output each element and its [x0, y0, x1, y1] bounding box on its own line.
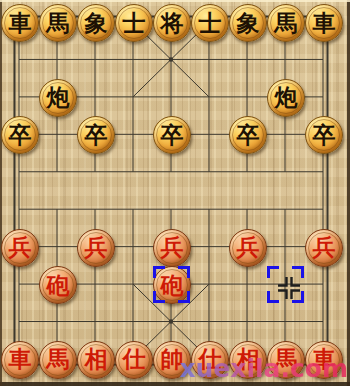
- piece-red-兵[interactable]: 兵: [305, 229, 343, 267]
- piece-black-車[interactable]: 車: [305, 4, 343, 42]
- piece-black-将[interactable]: 将: [153, 4, 191, 42]
- xiangqi-board[interactable]: 車馬象士将士象馬車炮炮卒卒卒卒卒兵兵兵兵兵砲砲車馬相仕帥仕相馬車 xuexila…: [0, 0, 350, 386]
- piece-red-相[interactable]: 相: [77, 341, 115, 379]
- piece-black-象[interactable]: 象: [77, 4, 115, 42]
- piece-red-仕[interactable]: 仕: [115, 341, 153, 379]
- piece-red-砲[interactable]: 砲: [39, 266, 77, 304]
- watermark: xuexila.com: [179, 354, 348, 383]
- piece-red-砲[interactable]: 砲: [153, 266, 191, 304]
- piece-red-兵[interactable]: 兵: [77, 229, 115, 267]
- piece-red-馬[interactable]: 馬: [39, 341, 77, 379]
- piece-black-車[interactable]: 車: [1, 4, 39, 42]
- piece-black-象[interactable]: 象: [229, 4, 267, 42]
- piece-black-士[interactable]: 士: [191, 4, 229, 42]
- piece-red-兵[interactable]: 兵: [229, 229, 267, 267]
- piece-red-兵[interactable]: 兵: [153, 229, 191, 267]
- piece-black-馬[interactable]: 馬: [39, 4, 77, 42]
- piece-black-炮[interactable]: 炮: [267, 79, 305, 117]
- board-grid: [0, 0, 350, 386]
- piece-red-車[interactable]: 車: [1, 341, 39, 379]
- piece-black-士[interactable]: 士: [115, 4, 153, 42]
- piece-red-兵[interactable]: 兵: [1, 229, 39, 267]
- piece-black-炮[interactable]: 炮: [39, 79, 77, 117]
- piece-black-馬[interactable]: 馬: [267, 4, 305, 42]
